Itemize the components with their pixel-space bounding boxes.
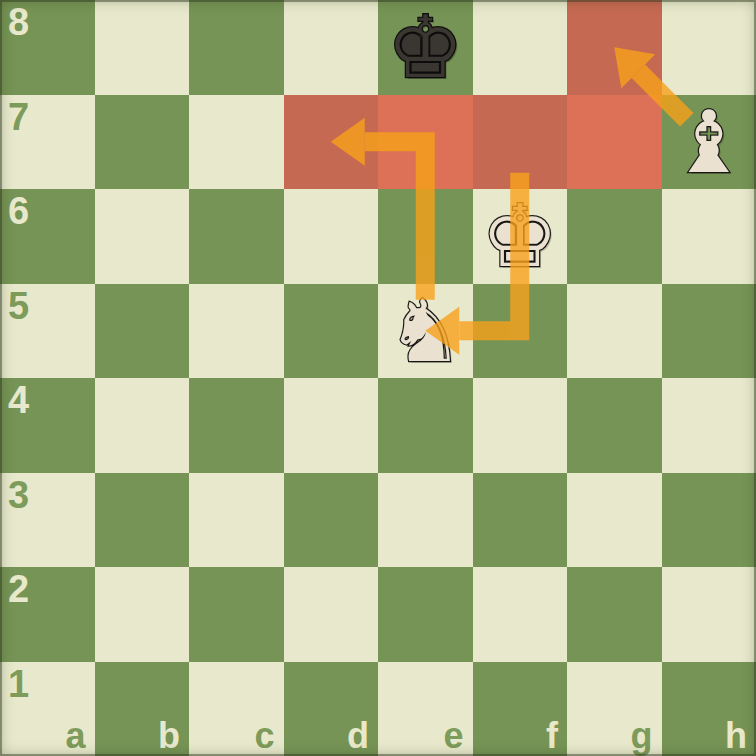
piece-white-bishop[interactable]: ♝	[662, 95, 756, 190]
square-f7[interactable]	[473, 95, 568, 190]
square-c2[interactable]	[189, 567, 284, 662]
file-label-d: d	[347, 718, 369, 754]
square-h1[interactable]: h	[662, 662, 756, 756]
square-e6[interactable]	[378, 189, 473, 284]
square-d5[interactable]	[284, 284, 379, 379]
square-c4[interactable]	[189, 378, 284, 473]
square-g3[interactable]	[567, 473, 662, 568]
square-f5[interactable]	[473, 284, 568, 379]
file-label-g: g	[631, 718, 653, 754]
file-label-f: f	[546, 718, 558, 754]
file-label-e: e	[443, 718, 463, 754]
square-h2[interactable]	[662, 567, 756, 662]
square-a3[interactable]: 3	[0, 473, 95, 568]
square-e2[interactable]	[378, 567, 473, 662]
rank-label-2: 2	[8, 570, 29, 608]
square-f2[interactable]	[473, 567, 568, 662]
piece-white-knight[interactable]: ♞	[378, 284, 473, 379]
piece-white-king[interactable]: ♚	[473, 189, 568, 284]
square-c6[interactable]	[189, 189, 284, 284]
file-label-a: a	[65, 718, 85, 754]
file-label-h: h	[725, 718, 747, 754]
square-g5[interactable]	[567, 284, 662, 379]
square-b3[interactable]	[95, 473, 190, 568]
square-e1[interactable]: e	[378, 662, 473, 756]
square-h5[interactable]	[662, 284, 756, 379]
file-label-c: c	[254, 718, 274, 754]
square-e8[interactable]: ♚	[378, 0, 473, 95]
square-d6[interactable]	[284, 189, 379, 284]
square-c3[interactable]	[189, 473, 284, 568]
square-b6[interactable]	[95, 189, 190, 284]
square-c1[interactable]: c	[189, 662, 284, 756]
piece-black-king[interactable]: ♚	[378, 0, 473, 95]
square-g6[interactable]	[567, 189, 662, 284]
square-d7[interactable]	[284, 95, 379, 190]
square-a1[interactable]: 1a	[0, 662, 95, 756]
rank-label-1: 1	[8, 665, 29, 703]
square-a5[interactable]: 5	[0, 284, 95, 379]
square-d2[interactable]	[284, 567, 379, 662]
file-label-b: b	[158, 718, 180, 754]
square-a2[interactable]: 2	[0, 567, 95, 662]
square-d3[interactable]	[284, 473, 379, 568]
square-b5[interactable]	[95, 284, 190, 379]
square-a6[interactable]: 6	[0, 189, 95, 284]
square-b8[interactable]	[95, 0, 190, 95]
square-d4[interactable]	[284, 378, 379, 473]
chess-board: 8♚7♝6♚5♞4321abcdefgh	[0, 0, 756, 756]
square-b1[interactable]: b	[95, 662, 190, 756]
square-b2[interactable]	[95, 567, 190, 662]
square-g4[interactable]	[567, 378, 662, 473]
square-e5[interactable]: ♞	[378, 284, 473, 379]
square-h3[interactable]	[662, 473, 756, 568]
rank-label-4: 4	[8, 381, 29, 419]
square-h6[interactable]	[662, 189, 756, 284]
square-b4[interactable]	[95, 378, 190, 473]
square-f8[interactable]	[473, 0, 568, 95]
square-g7[interactable]	[567, 95, 662, 190]
square-f6[interactable]: ♚	[473, 189, 568, 284]
square-c8[interactable]	[189, 0, 284, 95]
square-a8[interactable]: 8	[0, 0, 95, 95]
rank-label-3: 3	[8, 476, 29, 514]
square-f4[interactable]	[473, 378, 568, 473]
square-d8[interactable]	[284, 0, 379, 95]
square-a7[interactable]: 7	[0, 95, 95, 190]
square-g8[interactable]	[567, 0, 662, 95]
square-g2[interactable]	[567, 567, 662, 662]
square-h8[interactable]	[662, 0, 756, 95]
square-c5[interactable]	[189, 284, 284, 379]
square-e4[interactable]	[378, 378, 473, 473]
square-h4[interactable]	[662, 378, 756, 473]
rank-label-5: 5	[8, 287, 29, 325]
square-f3[interactable]	[473, 473, 568, 568]
square-f1[interactable]: f	[473, 662, 568, 756]
square-e3[interactable]	[378, 473, 473, 568]
rank-label-6: 6	[8, 192, 29, 230]
square-g1[interactable]: g	[567, 662, 662, 756]
square-e7[interactable]	[378, 95, 473, 190]
rank-label-8: 8	[8, 3, 29, 41]
rank-label-7: 7	[8, 98, 29, 136]
square-c7[interactable]	[189, 95, 284, 190]
square-h7[interactable]: ♝	[662, 95, 756, 190]
square-a4[interactable]: 4	[0, 378, 95, 473]
square-d1[interactable]: d	[284, 662, 379, 756]
square-b7[interactable]	[95, 95, 190, 190]
